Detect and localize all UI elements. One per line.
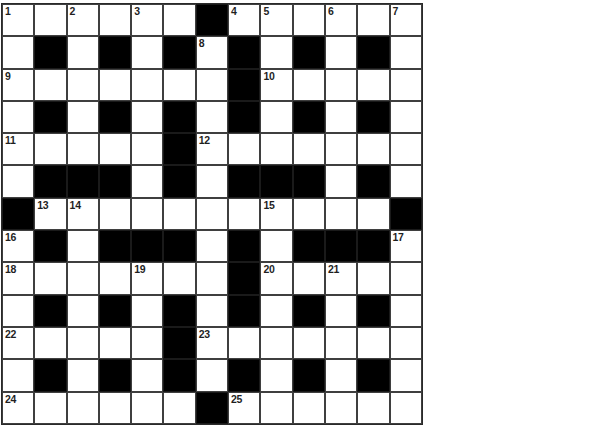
white-cell-r5c13[interactable] xyxy=(390,133,422,165)
white-cell-r11c8[interactable] xyxy=(228,327,260,359)
white-cell-r10c7[interactable] xyxy=(196,295,228,327)
white-cell-r6c7[interactable] xyxy=(196,165,228,197)
black-cell-r9c8 xyxy=(228,262,260,294)
white-cell-r13c3[interactable] xyxy=(67,392,99,424)
black-cell-r2c6 xyxy=(163,36,195,68)
black-cell-r6c12 xyxy=(357,165,389,197)
white-cell-r13c6[interactable] xyxy=(163,392,195,424)
black-cell-r6c8 xyxy=(228,165,260,197)
white-cell-r8c13[interactable]: 17 xyxy=(390,230,422,262)
white-cell-r9c12[interactable] xyxy=(357,262,389,294)
white-cell-r11c5[interactable] xyxy=(131,327,163,359)
white-cell-r7c4[interactable] xyxy=(99,198,131,230)
clue-number-23: 23 xyxy=(199,328,210,340)
black-cell-r10c12 xyxy=(357,295,389,327)
white-cell-r2c13[interactable] xyxy=(390,36,422,68)
white-cell-r6c5[interactable] xyxy=(131,165,163,197)
white-cell-r3c3[interactable] xyxy=(67,69,99,101)
black-cell-r8c8 xyxy=(228,230,260,262)
white-cell-r5c10[interactable] xyxy=(293,133,325,165)
white-cell-r13c10[interactable] xyxy=(293,392,325,424)
white-cell-r7c7[interactable] xyxy=(196,198,228,230)
black-cell-r7c1 xyxy=(2,198,34,230)
black-cell-r8c5 xyxy=(131,230,163,262)
white-cell-r5c8[interactable] xyxy=(228,133,260,165)
white-cell-r3c12[interactable] xyxy=(357,69,389,101)
white-cell-r2c5[interactable] xyxy=(131,36,163,68)
white-cell-r13c4[interactable] xyxy=(99,392,131,424)
white-cell-r2c1[interactable] xyxy=(2,36,34,68)
white-cell-r9c11[interactable]: 21 xyxy=(325,262,357,294)
white-cell-r7c10[interactable] xyxy=(293,198,325,230)
white-cell-r6c13[interactable] xyxy=(390,165,422,197)
white-cell-r3c11[interactable] xyxy=(325,69,357,101)
white-cell-r11c1[interactable]: 22 xyxy=(2,327,34,359)
white-cell-r9c4[interactable] xyxy=(99,262,131,294)
black-cell-r4c4 xyxy=(99,101,131,133)
white-cell-r1c8[interactable]: 4 xyxy=(228,4,260,36)
white-cell-r12c11[interactable] xyxy=(325,359,357,391)
white-cell-r9c5[interactable]: 19 xyxy=(131,262,163,294)
clue-number-22: 22 xyxy=(5,328,16,340)
black-cell-r11c6 xyxy=(163,327,195,359)
black-cell-r6c10 xyxy=(293,165,325,197)
black-cell-r12c10 xyxy=(293,359,325,391)
black-cell-r2c2 xyxy=(34,36,66,68)
white-cell-r8c3[interactable] xyxy=(67,230,99,262)
white-cell-r7c3[interactable]: 14 xyxy=(67,198,99,230)
black-cell-r4c10 xyxy=(293,101,325,133)
white-cell-r13c9[interactable] xyxy=(260,392,292,424)
white-cell-r11c13[interactable] xyxy=(390,327,422,359)
white-cell-r9c6[interactable] xyxy=(163,262,195,294)
clue-number-14: 14 xyxy=(70,199,81,211)
white-cell-r4c3[interactable] xyxy=(67,101,99,133)
black-cell-r13c7 xyxy=(196,392,228,424)
black-cell-r2c10 xyxy=(293,36,325,68)
white-cell-r5c1[interactable]: 11 xyxy=(2,133,34,165)
white-cell-r11c2[interactable] xyxy=(34,327,66,359)
white-cell-r13c5[interactable] xyxy=(131,392,163,424)
white-cell-r2c11[interactable] xyxy=(325,36,357,68)
white-cell-r11c12[interactable] xyxy=(357,327,389,359)
black-cell-r6c4 xyxy=(99,165,131,197)
white-cell-r11c4[interactable] xyxy=(99,327,131,359)
black-cell-r8c10 xyxy=(293,230,325,262)
white-cell-r13c8[interactable]: 25 xyxy=(228,392,260,424)
black-cell-r7c13 xyxy=(390,198,422,230)
clue-number-21: 21 xyxy=(328,263,339,275)
clue-number-15: 15 xyxy=(263,199,274,211)
clue-number-16: 16 xyxy=(5,231,16,243)
white-cell-r12c13[interactable] xyxy=(390,359,422,391)
white-cell-r2c9[interactable] xyxy=(260,36,292,68)
white-cell-r1c12[interactable] xyxy=(357,4,389,36)
black-cell-r2c8 xyxy=(228,36,260,68)
white-cell-r8c9[interactable] xyxy=(260,230,292,262)
white-cell-r7c5[interactable] xyxy=(131,198,163,230)
white-cell-r4c11[interactable] xyxy=(325,101,357,133)
white-cell-r12c5[interactable] xyxy=(131,359,163,391)
white-cell-r3c10[interactable] xyxy=(293,69,325,101)
clue-number-8: 8 xyxy=(199,37,205,49)
black-cell-r12c12 xyxy=(357,359,389,391)
black-cell-r8c6 xyxy=(163,230,195,262)
white-cell-r1c9[interactable]: 5 xyxy=(260,4,292,36)
clue-number-11: 11 xyxy=(5,134,16,146)
black-cell-r2c12 xyxy=(357,36,389,68)
white-cell-r11c11[interactable] xyxy=(325,327,357,359)
black-cell-r2c4 xyxy=(99,36,131,68)
white-cell-r13c2[interactable] xyxy=(34,392,66,424)
white-cell-r2c7[interactable]: 8 xyxy=(196,36,228,68)
white-cell-r11c3[interactable] xyxy=(67,327,99,359)
white-cell-r4c13[interactable] xyxy=(390,101,422,133)
clue-number-13: 13 xyxy=(37,199,48,211)
white-cell-r1c4[interactable] xyxy=(99,4,131,36)
black-cell-r6c3 xyxy=(67,165,99,197)
black-cell-r10c6 xyxy=(163,295,195,327)
white-cell-r4c5[interactable] xyxy=(131,101,163,133)
white-cell-r10c13[interactable] xyxy=(390,295,422,327)
white-cell-r13c11[interactable] xyxy=(325,392,357,424)
white-cell-r5c5[interactable] xyxy=(131,133,163,165)
white-cell-r3c2[interactable] xyxy=(34,69,66,101)
white-cell-r5c4[interactable] xyxy=(99,133,131,165)
white-cell-r6c11[interactable] xyxy=(325,165,357,197)
white-cell-r9c13[interactable] xyxy=(390,262,422,294)
white-cell-r3c6[interactable] xyxy=(163,69,195,101)
white-cell-r1c1[interactable]: 1 xyxy=(2,4,34,36)
clue-number-24: 24 xyxy=(5,393,16,405)
white-cell-r9c1[interactable]: 18 xyxy=(2,262,34,294)
black-cell-r5c6 xyxy=(163,133,195,165)
white-cell-r7c8[interactable] xyxy=(228,198,260,230)
white-cell-r4c9[interactable] xyxy=(260,101,292,133)
black-cell-r12c6 xyxy=(163,359,195,391)
white-cell-r12c7[interactable] xyxy=(196,359,228,391)
black-cell-r1c7 xyxy=(196,4,228,36)
white-cell-r3c5[interactable] xyxy=(131,69,163,101)
white-cell-r12c9[interactable] xyxy=(260,359,292,391)
black-cell-r8c2 xyxy=(34,230,66,262)
white-cell-r2c3[interactable] xyxy=(67,36,99,68)
white-cell-r3c9[interactable]: 10 xyxy=(260,69,292,101)
crossword-grid: 1234567891011121314151617181920212223242… xyxy=(1,3,423,425)
black-cell-r10c2 xyxy=(34,295,66,327)
white-cell-r9c10[interactable] xyxy=(293,262,325,294)
black-cell-r12c2 xyxy=(34,359,66,391)
black-cell-r6c6 xyxy=(163,165,195,197)
white-cell-r10c5[interactable] xyxy=(131,295,163,327)
clue-number-4: 4 xyxy=(231,5,237,17)
white-cell-r4c7[interactable] xyxy=(196,101,228,133)
clue-number-2: 2 xyxy=(70,5,76,17)
black-cell-r6c9 xyxy=(260,165,292,197)
white-cell-r9c2[interactable] xyxy=(34,262,66,294)
white-cell-r5c12[interactable] xyxy=(357,133,389,165)
clue-number-5: 5 xyxy=(263,5,269,17)
black-cell-r8c12 xyxy=(357,230,389,262)
white-cell-r7c9[interactable]: 15 xyxy=(260,198,292,230)
white-cell-r12c3[interactable] xyxy=(67,359,99,391)
clue-number-10: 10 xyxy=(263,70,274,82)
white-cell-r7c2[interactable]: 13 xyxy=(34,198,66,230)
white-cell-r3c1[interactable]: 9 xyxy=(2,69,34,101)
black-cell-r12c4 xyxy=(99,359,131,391)
white-cell-r3c4[interactable] xyxy=(99,69,131,101)
clue-number-17: 17 xyxy=(393,231,404,243)
white-cell-r13c12[interactable] xyxy=(357,392,389,424)
white-cell-r3c7[interactable] xyxy=(196,69,228,101)
white-cell-r5c3[interactable] xyxy=(67,133,99,165)
white-cell-r13c1[interactable]: 24 xyxy=(2,392,34,424)
white-cell-r7c6[interactable] xyxy=(163,198,195,230)
white-cell-r8c1[interactable]: 16 xyxy=(2,230,34,262)
black-cell-r4c6 xyxy=(163,101,195,133)
white-cell-r10c1[interactable] xyxy=(2,295,34,327)
clue-number-25: 25 xyxy=(231,393,242,405)
white-cell-r5c11[interactable] xyxy=(325,133,357,165)
black-cell-r8c4 xyxy=(99,230,131,262)
white-cell-r9c7[interactable] xyxy=(196,262,228,294)
black-cell-r8c11 xyxy=(325,230,357,262)
crossword-page: 1234567891011121314151617181920212223242… xyxy=(0,0,601,427)
white-cell-r1c6[interactable] xyxy=(163,4,195,36)
white-cell-r1c5[interactable]: 3 xyxy=(131,4,163,36)
white-cell-r10c9[interactable] xyxy=(260,295,292,327)
white-cell-r1c11[interactable]: 6 xyxy=(325,4,357,36)
clue-number-3: 3 xyxy=(134,5,140,17)
white-cell-r1c3[interactable]: 2 xyxy=(67,4,99,36)
clue-number-6: 6 xyxy=(328,5,334,17)
white-cell-r3c13[interactable] xyxy=(390,69,422,101)
white-cell-r8c7[interactable] xyxy=(196,230,228,262)
black-cell-r10c8 xyxy=(228,295,260,327)
white-cell-r7c11[interactable] xyxy=(325,198,357,230)
white-cell-r9c9[interactable]: 20 xyxy=(260,262,292,294)
white-cell-r1c2[interactable] xyxy=(34,4,66,36)
clue-number-12: 12 xyxy=(199,134,210,146)
white-cell-r5c9[interactable] xyxy=(260,133,292,165)
clue-number-7: 7 xyxy=(393,5,399,17)
white-cell-r13c13[interactable] xyxy=(390,392,422,424)
black-cell-r10c4 xyxy=(99,295,131,327)
white-cell-r5c2[interactable] xyxy=(34,133,66,165)
clue-number-18: 18 xyxy=(5,263,16,275)
white-cell-r11c9[interactable] xyxy=(260,327,292,359)
white-cell-r1c13[interactable]: 7 xyxy=(390,4,422,36)
black-cell-r3c8 xyxy=(228,69,260,101)
white-cell-r1c10[interactable] xyxy=(293,4,325,36)
black-cell-r4c2 xyxy=(34,101,66,133)
clue-number-1: 1 xyxy=(5,5,11,17)
white-cell-r6c1[interactable] xyxy=(2,165,34,197)
white-cell-r5c7[interactable]: 12 xyxy=(196,133,228,165)
clue-number-9: 9 xyxy=(5,70,11,82)
white-cell-r9c3[interactable] xyxy=(67,262,99,294)
white-cell-r11c10[interactable] xyxy=(293,327,325,359)
black-cell-r4c8 xyxy=(228,101,260,133)
white-cell-r7c12[interactable] xyxy=(357,198,389,230)
white-cell-r10c3[interactable] xyxy=(67,295,99,327)
clue-number-20: 20 xyxy=(263,263,274,275)
white-cell-r10c11[interactable] xyxy=(325,295,357,327)
white-cell-r11c7[interactable]: 23 xyxy=(196,327,228,359)
black-cell-r10c10 xyxy=(293,295,325,327)
black-cell-r4c12 xyxy=(357,101,389,133)
black-cell-r6c2 xyxy=(34,165,66,197)
black-cell-r12c8 xyxy=(228,359,260,391)
clue-number-19: 19 xyxy=(134,263,145,275)
white-cell-r4c1[interactable] xyxy=(2,101,34,133)
white-cell-r12c1[interactable] xyxy=(2,359,34,391)
